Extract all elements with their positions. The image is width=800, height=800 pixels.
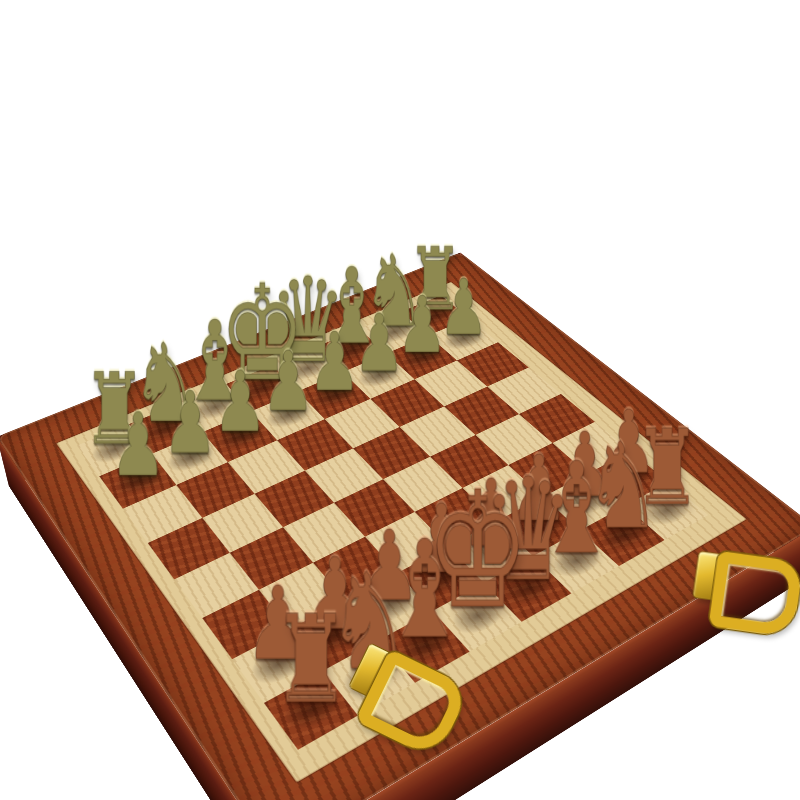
right-latch-ring [708, 551, 800, 638]
piece-copper-rook-a1: ♜ [271, 598, 350, 720]
piece-brass-pawn-a7: ♟ [109, 401, 165, 488]
chess-set-photo: ♜♞♝♚♛♝♞♜♟♟♟♟♟♟♟♟♟♟♟♟♟♟♟♟♜♞♝♚♛♝♞♜ [0, 0, 800, 800]
